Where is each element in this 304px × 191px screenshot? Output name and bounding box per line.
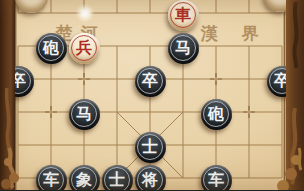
black-horse[interactable]: 马 xyxy=(69,99,100,130)
black-horse[interactable]: 马 xyxy=(168,33,199,64)
piece-glyph: 車 xyxy=(175,7,191,23)
piece-glyph: 卒 xyxy=(142,73,158,89)
black-chariot[interactable]: 车 xyxy=(201,165,232,191)
black-elephant[interactable]: 象 xyxy=(69,165,100,191)
piece-grid: 車砲兵马卒卒卒马砲士车象士将车 xyxy=(2,0,299,190)
piece-glyph: 砲 xyxy=(208,106,224,122)
piece-glyph: 马 xyxy=(175,40,191,56)
wood-frame-left xyxy=(0,0,15,190)
piece-glyph: 车 xyxy=(208,172,224,188)
red-chariot[interactable]: 車 xyxy=(168,0,199,31)
black-advisor[interactable]: 士 xyxy=(102,165,133,191)
black-cannon[interactable]: 砲 xyxy=(201,99,232,130)
piece-glyph: 将 xyxy=(142,172,158,188)
wood-frame-right xyxy=(286,0,304,190)
black-cannon[interactable]: 砲 xyxy=(36,33,67,64)
black-chariot[interactable]: 车 xyxy=(36,165,67,191)
black-advisor[interactable]: 士 xyxy=(135,132,166,163)
red-soldier[interactable]: 兵 xyxy=(69,33,100,64)
piece-glyph: 砲 xyxy=(43,40,59,56)
black-soldier[interactable]: 卒 xyxy=(135,66,166,97)
black-general[interactable]: 将 xyxy=(135,165,166,191)
sparkle-effect xyxy=(74,2,96,24)
piece-glyph: 马 xyxy=(76,106,92,122)
board[interactable]: 楚 河 漢 界 車砲兵马卒卒卒马砲士车象士将车 xyxy=(0,0,304,190)
piece-glyph: 车 xyxy=(43,172,59,188)
branch-carving-icon xyxy=(287,2,303,68)
piece-glyph: 士 xyxy=(142,139,158,155)
piece-glyph: 象 xyxy=(76,172,92,188)
piece-glyph: 兵 xyxy=(76,40,92,56)
piece-glyph: 士 xyxy=(109,172,125,188)
